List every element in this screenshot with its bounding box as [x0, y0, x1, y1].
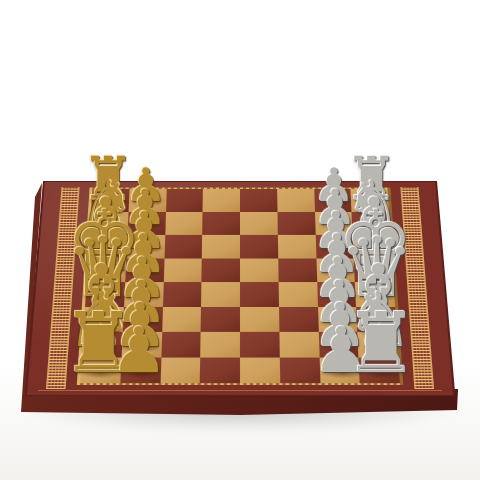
chess-scene: ♜♟♟♜♞♟♟♞♝♟♟♝♚♟♟♚♛♟♟♛♝♟♟♝♞♟♟♞♜♟♟♜ [0, 0, 480, 480]
pieces-layer: ♜♟♟♜♞♟♟♞♝♟♟♝♚♟♟♚♛♟♟♛♝♟♟♝♞♟♟♞♜♟♟♜ [0, 0, 480, 480]
piece-white-rook-a1[interactable]: ♜ [344, 302, 419, 385]
piece-black-pawn-a7[interactable]: ♟ [111, 320, 168, 383]
